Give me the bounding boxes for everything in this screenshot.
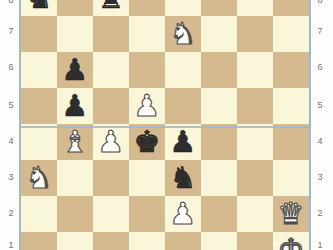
square-f6[interactable] xyxy=(201,52,237,88)
square-d2[interactable] xyxy=(129,196,165,232)
black-pawn-b6[interactable]: ♟ xyxy=(62,52,89,88)
square-b3[interactable] xyxy=(57,160,93,196)
square-c4[interactable]: ♟ xyxy=(93,124,129,160)
white-knight-e7[interactable]: ♞ xyxy=(170,16,197,52)
square-h7[interactable] xyxy=(273,16,309,52)
square-d8[interactable] xyxy=(129,0,165,16)
rank-label-left-2: 2 xyxy=(5,208,17,218)
board-left-border xyxy=(19,0,21,250)
black-knight-e3[interactable]: ♞ xyxy=(170,160,197,196)
square-a8[interactable]: ♞ xyxy=(21,0,57,16)
square-h3[interactable] xyxy=(273,160,309,196)
square-c8[interactable]: ♜ xyxy=(93,0,129,16)
square-e2[interactable]: ♟ xyxy=(165,196,201,232)
square-c2[interactable] xyxy=(93,196,129,232)
rank-label-left-3: 3 xyxy=(5,172,17,182)
black-pawn-b5[interactable]: ♟ xyxy=(62,88,89,124)
square-h8[interactable] xyxy=(273,0,309,16)
square-d6[interactable] xyxy=(129,52,165,88)
square-a4[interactable] xyxy=(21,124,57,160)
rank-label-left-7: 7 xyxy=(5,26,17,36)
black-king-d4[interactable]: ♚ xyxy=(134,124,161,160)
white-pawn-d5[interactable]: ♟ xyxy=(134,88,161,124)
rank-label-right-2: 2 xyxy=(314,208,326,218)
rank-label-left-4: 4 xyxy=(5,136,17,146)
square-a6[interactable] xyxy=(21,52,57,88)
square-f3[interactable] xyxy=(201,160,237,196)
square-e5[interactable] xyxy=(165,88,201,124)
square-d7[interactable] xyxy=(129,16,165,52)
square-e7[interactable]: ♞ xyxy=(165,16,201,52)
black-rook-c8[interactable]: ♜ xyxy=(98,0,125,16)
rank-label-right-7: 7 xyxy=(314,26,326,36)
square-c7[interactable] xyxy=(93,16,129,52)
board-right-border xyxy=(309,0,311,250)
chess-board[interactable]: ♞♜♞♟♟♟♝♟♚♟♞♞♟♛♚ xyxy=(21,0,309,250)
square-b5[interactable]: ♟ xyxy=(57,88,93,124)
rank-label-left-6: 6 xyxy=(5,62,17,72)
square-h6[interactable] xyxy=(273,52,309,88)
square-h5[interactable] xyxy=(273,88,309,124)
square-b6[interactable]: ♟ xyxy=(57,52,93,88)
square-f1[interactable] xyxy=(201,232,237,250)
white-pawn-e2[interactable]: ♟ xyxy=(170,196,197,232)
square-e6[interactable] xyxy=(165,52,201,88)
rank-label-left-1: 1 xyxy=(5,240,17,250)
rank-label-right-8: 8 xyxy=(314,0,326,5)
square-g3[interactable] xyxy=(237,160,273,196)
square-h4[interactable] xyxy=(273,124,309,160)
rank-label-left-5: 5 xyxy=(5,100,17,110)
square-a1[interactable] xyxy=(21,232,57,250)
square-g8[interactable] xyxy=(237,0,273,16)
square-b2[interactable] xyxy=(57,196,93,232)
square-f2[interactable] xyxy=(201,196,237,232)
square-b8[interactable] xyxy=(57,0,93,16)
rank-label-right-6: 6 xyxy=(314,62,326,72)
square-b1[interactable] xyxy=(57,232,93,250)
square-g6[interactable] xyxy=(237,52,273,88)
white-queen-h2[interactable]: ♛ xyxy=(278,196,305,232)
square-d1[interactable] xyxy=(129,232,165,250)
square-c5[interactable] xyxy=(93,88,129,124)
square-e1[interactable] xyxy=(165,232,201,250)
white-king-h1[interactable]: ♚ xyxy=(278,232,305,250)
white-knight-a3[interactable]: ♞ xyxy=(26,160,53,196)
square-d3[interactable] xyxy=(129,160,165,196)
square-f8[interactable] xyxy=(201,0,237,16)
square-c3[interactable] xyxy=(93,160,129,196)
white-pawn-c4[interactable]: ♟ xyxy=(98,124,125,160)
square-g7[interactable] xyxy=(237,16,273,52)
square-g4[interactable] xyxy=(237,124,273,160)
board-middle-seam-line xyxy=(19,126,311,128)
square-f7[interactable] xyxy=(201,16,237,52)
square-h1[interactable]: ♚ xyxy=(273,232,309,250)
square-b7[interactable] xyxy=(57,16,93,52)
square-f4[interactable] xyxy=(201,124,237,160)
square-e3[interactable]: ♞ xyxy=(165,160,201,196)
square-c1[interactable] xyxy=(93,232,129,250)
square-b4[interactable]: ♝ xyxy=(57,124,93,160)
square-d4[interactable]: ♚ xyxy=(129,124,165,160)
square-e8[interactable] xyxy=(165,0,201,16)
square-h2[interactable]: ♛ xyxy=(273,196,309,232)
white-bishop-b4[interactable]: ♝ xyxy=(62,124,89,160)
square-e4[interactable]: ♟ xyxy=(165,124,201,160)
square-f5[interactable] xyxy=(201,88,237,124)
square-a2[interactable] xyxy=(21,196,57,232)
black-pawn-e4[interactable]: ♟ xyxy=(170,124,197,160)
square-a3[interactable]: ♞ xyxy=(21,160,57,196)
square-a7[interactable] xyxy=(21,16,57,52)
chess-diagram-viewport: ♞♜♞♟♟♟♝♟♚♟♞♞♟♛♚ 87654321 87654321 xyxy=(0,0,333,250)
rank-label-right-5: 5 xyxy=(314,100,326,110)
rank-label-right-3: 3 xyxy=(314,172,326,182)
square-d5[interactable]: ♟ xyxy=(129,88,165,124)
black-knight-a8[interactable]: ♞ xyxy=(26,0,53,16)
square-c6[interactable] xyxy=(93,52,129,88)
rank-label-right-4: 4 xyxy=(314,136,326,146)
rank-label-left-8: 8 xyxy=(5,0,17,5)
square-g2[interactable] xyxy=(237,196,273,232)
square-g5[interactable] xyxy=(237,88,273,124)
square-a5[interactable] xyxy=(21,88,57,124)
rank-label-right-1: 1 xyxy=(314,240,326,250)
square-g1[interactable] xyxy=(237,232,273,250)
